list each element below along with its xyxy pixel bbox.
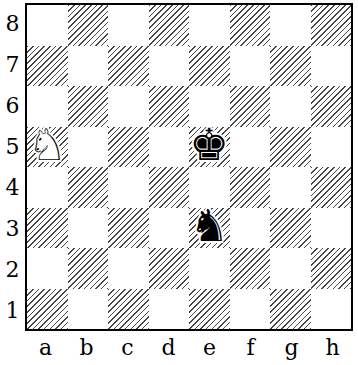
rank-labels: 87654321 — [0, 3, 25, 331]
file-label-f: f — [230, 331, 271, 363]
square-d5[interactable] — [149, 127, 190, 168]
square-b4[interactable] — [68, 167, 109, 208]
piece-black-king[interactable]: ♚♚ — [189, 127, 230, 168]
square-g3[interactable] — [270, 208, 311, 249]
piece-black-knight[interactable]: ♞♞ — [189, 208, 230, 249]
square-d1[interactable] — [149, 289, 190, 330]
square-c6[interactable] — [108, 86, 149, 127]
square-h1[interactable] — [311, 289, 352, 330]
square-a3[interactable] — [27, 208, 68, 249]
square-h5[interactable] — [311, 127, 352, 168]
rank-label-3: 3 — [0, 208, 25, 249]
file-label-b: b — [66, 331, 107, 363]
square-c3[interactable] — [108, 208, 149, 249]
square-a4[interactable] — [27, 167, 68, 208]
square-b3[interactable] — [68, 208, 109, 249]
black-knight-icon: ♞ — [189, 206, 230, 247]
square-f5[interactable] — [230, 127, 271, 168]
square-f4[interactable] — [230, 167, 271, 208]
square-c8[interactable] — [108, 5, 149, 46]
square-a1[interactable] — [27, 289, 68, 330]
square-b1[interactable] — [68, 289, 109, 330]
square-h8[interactable] — [311, 5, 352, 46]
square-g1[interactable] — [270, 289, 311, 330]
square-c4[interactable] — [108, 167, 149, 208]
square-h2[interactable] — [311, 248, 352, 289]
rank-label-6: 6 — [0, 85, 25, 126]
square-a2[interactable] — [27, 248, 68, 289]
rank-label-2: 2 — [0, 249, 25, 290]
chess-diagram: 87654321 ♞♘♚♚♞♞ abcdefgh — [0, 0, 358, 365]
square-h4[interactable] — [311, 167, 352, 208]
file-label-d: d — [148, 331, 189, 363]
square-d6[interactable] — [149, 86, 190, 127]
square-g2[interactable] — [270, 248, 311, 289]
black-king-icon: ♚ — [189, 125, 230, 166]
square-g7[interactable] — [270, 46, 311, 87]
square-f2[interactable] — [230, 248, 271, 289]
square-e2[interactable] — [189, 248, 230, 289]
square-d4[interactable] — [149, 167, 190, 208]
rank-label-5: 5 — [0, 126, 25, 167]
rank-label-1: 1 — [0, 290, 25, 331]
file-label-e: e — [189, 331, 230, 363]
piece-white-knight[interactable]: ♞♘ — [27, 127, 68, 168]
square-g6[interactable] — [270, 86, 311, 127]
file-labels: abcdefgh — [25, 331, 353, 363]
square-d7[interactable] — [149, 46, 190, 87]
square-d2[interactable] — [149, 248, 190, 289]
square-e3[interactable]: ♞♞ — [189, 208, 230, 249]
square-e8[interactable] — [189, 5, 230, 46]
white-knight-icon: ♘ — [27, 125, 68, 166]
file-label-g: g — [271, 331, 312, 363]
square-f1[interactable] — [230, 289, 271, 330]
square-c2[interactable] — [108, 248, 149, 289]
square-a8[interactable] — [27, 5, 68, 46]
square-f3[interactable] — [230, 208, 271, 249]
square-e7[interactable] — [189, 46, 230, 87]
file-label-c: c — [107, 331, 148, 363]
square-d3[interactable] — [149, 208, 190, 249]
square-h7[interactable] — [311, 46, 352, 87]
square-h6[interactable] — [311, 86, 352, 127]
square-a7[interactable] — [27, 46, 68, 87]
square-a5[interactable]: ♞♘ — [27, 127, 68, 168]
rank-label-8: 8 — [0, 3, 25, 44]
file-label-h: h — [312, 331, 353, 363]
rank-label-7: 7 — [0, 44, 25, 85]
square-f8[interactable] — [230, 5, 271, 46]
rank-label-4: 4 — [0, 167, 25, 208]
square-g4[interactable] — [270, 167, 311, 208]
square-e5[interactable]: ♚♚ — [189, 127, 230, 168]
square-c1[interactable] — [108, 289, 149, 330]
square-f7[interactable] — [230, 46, 271, 87]
square-c7[interactable] — [108, 46, 149, 87]
file-label-a: a — [25, 331, 66, 363]
square-b5[interactable] — [68, 127, 109, 168]
square-f6[interactable] — [230, 86, 271, 127]
square-h3[interactable] — [311, 208, 352, 249]
square-g5[interactable] — [270, 127, 311, 168]
square-g8[interactable] — [270, 5, 311, 46]
square-d8[interactable] — [149, 5, 190, 46]
chessboard: ♞♘♚♚♞♞ — [25, 3, 353, 331]
square-b6[interactable] — [68, 86, 109, 127]
square-e1[interactable] — [189, 289, 230, 330]
square-b2[interactable] — [68, 248, 109, 289]
square-b7[interactable] — [68, 46, 109, 87]
square-b8[interactable] — [68, 5, 109, 46]
square-c5[interactable] — [108, 127, 149, 168]
